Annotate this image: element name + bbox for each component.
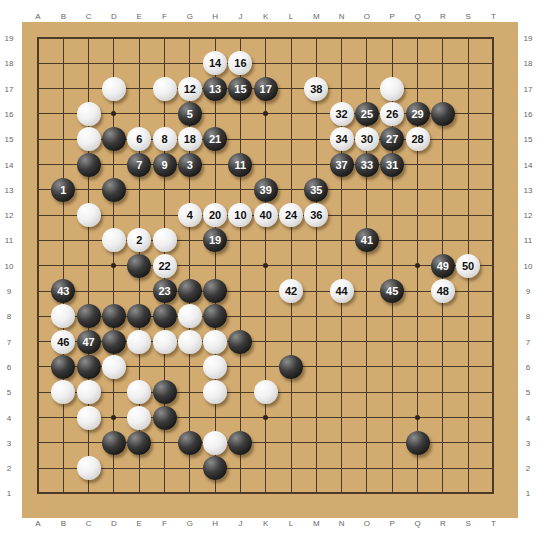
stone-white-L12[interactable]: 24 [279,203,303,227]
row-label-left-5: 5 [7,388,11,397]
stone-white-F11[interactable] [153,228,177,252]
row-label-right-11: 11 [524,236,532,245]
stone-white-F17[interactable] [153,77,177,101]
stone-white-D6[interactable] [102,355,126,379]
col-label-bottom-H: H [212,519,218,528]
stone-white-C12[interactable] [77,203,101,227]
move-number: 2 [127,228,151,252]
grid-line-vertical [316,38,317,493]
stone-white-H12[interactable]: 20 [203,203,227,227]
stone-black-F14[interactable]: 9 [153,153,177,177]
col-label-top-P: P [390,12,395,21]
stone-white-E4[interactable] [127,406,151,430]
stone-white-G7[interactable] [178,330,202,354]
stone-black-D3[interactable] [102,431,126,455]
stone-black-D13[interactable] [102,178,126,202]
move-number: 24 [279,203,303,227]
row-label-right-15: 15 [524,135,533,144]
col-label-bottom-T: T [491,519,496,528]
stone-white-P16[interactable]: 26 [380,102,404,126]
stone-white-C5[interactable] [77,380,101,404]
move-number: 43 [51,279,75,303]
row-label-left-7: 7 [7,337,11,346]
stone-black-N14[interactable]: 37 [330,153,354,177]
col-label-top-S: S [465,12,470,21]
move-number: 12 [178,77,202,101]
stone-black-H15[interactable]: 21 [203,127,227,151]
move-number: 50 [456,254,480,278]
stone-white-F7[interactable] [153,330,177,354]
stone-black-E3[interactable] [127,431,151,455]
col-label-bottom-L: L [289,519,293,528]
move-number: 14 [203,51,227,75]
move-number: 10 [228,203,252,227]
stone-black-F8[interactable] [153,304,177,328]
row-label-right-7: 7 [526,337,530,346]
move-number: 29 [406,102,430,126]
stone-black-B13[interactable]: 1 [51,178,75,202]
stone-black-K17[interactable]: 17 [254,77,278,101]
col-label-top-D: D [111,12,117,21]
col-label-bottom-D: D [111,519,117,528]
move-number: 37 [330,153,354,177]
row-label-left-18: 18 [5,59,14,68]
go-diagram-screen: 1416121315173853225262968182134302728793… [0,0,540,540]
col-label-bottom-R: R [440,519,446,528]
col-label-top-H: H [212,12,218,21]
stone-black-L6[interactable] [279,355,303,379]
stone-black-C6[interactable] [77,355,101,379]
col-label-top-E: E [137,12,142,21]
col-label-bottom-N: N [339,519,345,528]
row-label-right-17: 17 [524,84,533,93]
stone-white-N15[interactable]: 34 [330,127,354,151]
move-number: 6 [127,127,151,151]
row-label-right-12: 12 [524,211,533,220]
col-label-bottom-E: E [137,519,142,528]
move-number: 5 [178,102,202,126]
row-label-left-8: 8 [7,312,11,321]
move-number: 36 [304,203,328,227]
grid-line-vertical [291,38,292,493]
row-label-right-13: 13 [524,185,533,194]
stone-black-Q3[interactable] [406,431,430,455]
col-label-top-Q: Q [414,12,420,21]
stone-white-J12[interactable]: 10 [228,203,252,227]
row-label-left-6: 6 [7,362,11,371]
stone-black-F9[interactable]: 23 [153,279,177,303]
stone-black-P15[interactable]: 27 [380,127,404,151]
move-number: 15 [228,77,252,101]
col-label-top-G: G [187,12,193,21]
col-label-top-J: J [238,12,242,21]
stone-white-F10[interactable]: 22 [153,254,177,278]
stone-white-N16[interactable]: 32 [330,102,354,126]
row-label-left-1: 1 [7,489,11,498]
stone-white-B7[interactable]: 46 [51,330,75,354]
stone-black-O14[interactable]: 33 [355,153,379,177]
move-number: 35 [304,178,328,202]
stone-black-C7[interactable]: 47 [77,330,101,354]
move-number: 8 [153,127,177,151]
stone-white-G8[interactable] [178,304,202,328]
stone-white-E11[interactable]: 2 [127,228,151,252]
row-label-right-3: 3 [526,438,530,447]
stone-black-M13[interactable]: 35 [304,178,328,202]
col-label-bottom-G: G [187,519,193,528]
row-label-left-15: 15 [5,135,14,144]
row-label-left-11: 11 [5,236,13,245]
stone-black-Q16[interactable]: 29 [406,102,430,126]
col-label-bottom-M: M [313,519,320,528]
stone-white-C2[interactable] [77,456,101,480]
move-number: 25 [355,102,379,126]
stone-black-G16[interactable]: 5 [178,102,202,126]
stone-black-D7[interactable] [102,330,126,354]
stone-black-O11[interactable]: 41 [355,228,379,252]
stone-white-G12[interactable]: 4 [178,203,202,227]
stone-black-B9[interactable]: 43 [51,279,75,303]
stone-black-C14[interactable] [77,153,101,177]
stone-white-S10[interactable]: 50 [456,254,480,278]
col-label-top-K: K [263,12,268,21]
stone-white-H3[interactable] [203,431,227,455]
stone-black-O16[interactable]: 25 [355,102,379,126]
stone-white-G17[interactable]: 12 [178,77,202,101]
col-label-bottom-B: B [61,519,66,528]
row-label-left-9: 9 [7,287,11,296]
move-number: 11 [228,153,252,177]
move-number: 23 [153,279,177,303]
stone-white-K5[interactable] [254,380,278,404]
stone-black-G14[interactable]: 3 [178,153,202,177]
move-number: 30 [355,127,379,151]
col-label-bottom-A: A [35,519,40,528]
row-label-right-19: 19 [524,34,533,43]
col-label-top-N: N [339,12,345,21]
row-label-right-16: 16 [524,109,533,118]
col-label-top-F: F [162,12,167,21]
move-number: 39 [254,178,278,202]
row-label-left-4: 4 [7,413,11,422]
move-number: 17 [254,77,278,101]
stone-black-F4[interactable] [153,406,177,430]
col-label-top-M: M [313,12,320,21]
col-label-top-L: L [289,12,293,21]
stone-black-J7[interactable] [228,330,252,354]
stone-black-P14[interactable]: 31 [380,153,404,177]
stone-black-G3[interactable] [178,431,202,455]
stone-black-H11[interactable]: 19 [203,228,227,252]
move-number: 44 [330,279,354,303]
stone-white-M12[interactable]: 36 [304,203,328,227]
move-number: 19 [203,228,227,252]
stone-white-N9[interactable]: 44 [330,279,354,303]
move-number: 40 [254,203,278,227]
stone-black-G9[interactable] [178,279,202,303]
col-label-top-T: T [491,12,496,21]
move-number: 47 [77,330,101,354]
move-number: 22 [153,254,177,278]
row-label-right-4: 4 [526,413,530,422]
stone-black-H17[interactable]: 13 [203,77,227,101]
move-number: 42 [279,279,303,303]
col-label-bottom-Q: Q [414,519,420,528]
col-label-top-B: B [61,12,66,21]
stone-black-H9[interactable] [203,279,227,303]
stone-white-K12[interactable]: 40 [254,203,278,227]
move-number: 16 [228,51,252,75]
col-label-bottom-O: O [364,519,370,528]
stone-white-H6[interactable] [203,355,227,379]
col-label-top-A: A [35,12,40,21]
row-label-right-14: 14 [524,160,533,169]
stone-white-J18[interactable]: 16 [228,51,252,75]
move-number: 46 [51,330,75,354]
move-number: 34 [330,127,354,151]
move-number: 49 [431,254,455,278]
row-label-left-2: 2 [7,464,11,473]
row-label-left-19: 19 [5,34,14,43]
row-label-left-14: 14 [5,160,14,169]
move-number: 20 [203,203,227,227]
stone-white-G15[interactable]: 18 [178,127,202,151]
col-label-bottom-P: P [390,519,395,528]
stone-black-E10[interactable] [127,254,151,278]
stone-black-H2[interactable] [203,456,227,480]
go-board[interactable]: 1416121315173853225262968182134302728793… [22,22,518,518]
stone-white-E15[interactable]: 6 [127,127,151,151]
stone-white-D17[interactable] [102,77,126,101]
stone-black-J17[interactable]: 15 [228,77,252,101]
move-number: 28 [406,127,430,151]
row-label-left-3: 3 [7,438,11,447]
col-label-bottom-K: K [263,519,268,528]
stone-white-H18[interactable]: 14 [203,51,227,75]
move-number: 7 [127,153,151,177]
move-number: 33 [355,153,379,177]
move-number: 21 [203,127,227,151]
col-label-bottom-F: F [162,519,167,528]
move-number: 1 [51,178,75,202]
stone-white-H7[interactable] [203,330,227,354]
move-number: 27 [380,127,404,151]
stone-white-Q15[interactable]: 28 [406,127,430,151]
row-label-right-9: 9 [526,287,530,296]
move-number: 3 [178,153,202,177]
stone-white-R9[interactable]: 48 [431,279,455,303]
stone-black-J14[interactable]: 11 [228,153,252,177]
stone-white-F15[interactable]: 8 [153,127,177,151]
stone-black-K13[interactable]: 39 [254,178,278,202]
move-number: 26 [380,102,404,126]
row-label-right-5: 5 [526,388,530,397]
stone-black-F5[interactable] [153,380,177,404]
stone-black-D15[interactable] [102,127,126,151]
row-label-left-10: 10 [5,261,14,270]
col-label-top-R: R [440,12,446,21]
move-number: 38 [304,77,328,101]
stone-white-C15[interactable] [77,127,101,151]
row-label-left-13: 13 [5,185,14,194]
row-label-right-8: 8 [526,312,530,321]
stone-black-C8[interactable] [77,304,101,328]
stone-white-L9[interactable]: 42 [279,279,303,303]
stone-black-E14[interactable]: 7 [127,153,151,177]
move-number: 13 [203,77,227,101]
row-label-right-6: 6 [526,362,530,371]
move-number: 41 [355,228,379,252]
stone-black-R10[interactable]: 49 [431,254,455,278]
stone-white-M17[interactable]: 38 [304,77,328,101]
row-label-left-12: 12 [5,211,14,220]
move-number: 32 [330,102,354,126]
stone-white-C4[interactable] [77,406,101,430]
move-number: 45 [380,279,404,303]
row-label-left-17: 17 [5,84,14,93]
move-number: 4 [178,203,202,227]
move-number: 18 [178,127,202,151]
col-label-top-C: C [86,12,92,21]
move-number: 48 [431,279,455,303]
col-label-bottom-J: J [238,519,242,528]
grid-line-horizontal [38,291,493,292]
move-number: 31 [380,153,404,177]
col-label-bottom-S: S [465,519,470,528]
stone-white-P17[interactable] [380,77,404,101]
row-label-right-18: 18 [524,59,533,68]
stone-black-P9[interactable]: 45 [380,279,404,303]
stone-black-R16[interactable] [431,102,455,126]
move-number: 9 [153,153,177,177]
row-label-right-2: 2 [526,464,530,473]
grid-line-horizontal [38,468,493,469]
col-label-bottom-C: C [86,519,92,528]
star-point-Q4 [415,415,420,420]
stone-white-O15[interactable]: 30 [355,127,379,151]
row-label-right-1: 1 [526,489,530,498]
row-label-right-10: 10 [524,261,533,270]
col-label-top-O: O [364,12,370,21]
row-label-left-16: 16 [5,109,14,118]
stone-white-C16[interactable] [77,102,101,126]
stone-white-E7[interactable] [127,330,151,354]
